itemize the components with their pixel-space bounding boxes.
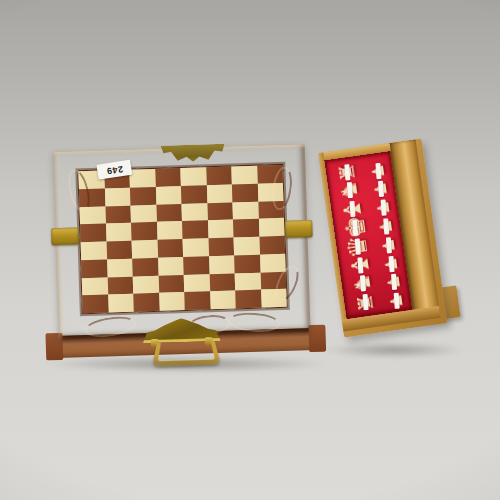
square-g3 (234, 254, 260, 273)
tray-piece-white-pawn-8: ♟ (383, 290, 411, 312)
square-e4 (183, 238, 209, 257)
square-c2 (133, 275, 159, 294)
square-g4 (234, 237, 260, 256)
square-e6 (181, 203, 207, 222)
square-e2 (184, 274, 210, 293)
chess-board-box: 249 (40, 134, 329, 373)
square-c7 (130, 187, 156, 206)
elastic-strap (391, 274, 397, 290)
square-c8 (129, 169, 155, 188)
square-d4 (157, 239, 183, 258)
square-b5 (106, 223, 132, 242)
square-a5 (80, 224, 106, 243)
square-e3 (183, 256, 209, 275)
chess-board (77, 164, 287, 314)
square-c1 (133, 293, 159, 312)
square-c3 (132, 258, 158, 277)
square-h1 (261, 289, 287, 308)
square-f1 (210, 291, 236, 310)
square-b1 (108, 294, 134, 313)
square-a2 (82, 277, 108, 296)
elastic-strap (378, 181, 384, 197)
elastic-strap (360, 275, 366, 291)
square-d3 (158, 257, 184, 276)
brass-ornament-plate-icon (161, 144, 226, 163)
square-f5 (207, 220, 233, 239)
elastic-strap (375, 162, 381, 178)
square-b4 (106, 241, 132, 260)
square-c4 (132, 240, 158, 259)
square-h2 (260, 271, 286, 290)
auction-photo-scene: 249 ♜♞♝♚♛♝♞♜♟♟♟♟♟♟♟♟ (0, 0, 500, 500)
square-h3 (260, 254, 286, 273)
square-f7 (206, 184, 232, 203)
square-d7 (155, 186, 181, 205)
square-g2 (235, 272, 261, 291)
elastic-strap (344, 164, 350, 180)
square-h4 (259, 236, 285, 255)
square-c6 (130, 204, 156, 223)
square-b3 (107, 258, 133, 277)
square-a7 (79, 188, 105, 207)
frame-carving-bottom-left (83, 314, 137, 341)
square-g8 (231, 166, 257, 185)
square-b7 (104, 187, 130, 206)
elastic-strap (381, 200, 387, 216)
elastic-strap (352, 220, 358, 236)
elastic-strap (386, 237, 392, 253)
square-a4 (81, 241, 107, 260)
square-f4 (208, 237, 234, 256)
square-a3 (81, 259, 107, 278)
square-e5 (182, 221, 208, 240)
square-e8 (180, 167, 206, 186)
square-d1 (159, 292, 185, 311)
square-f6 (207, 202, 233, 221)
lot-number-text: 249 (105, 163, 123, 175)
square-a1 (82, 295, 108, 314)
square-h5 (258, 218, 284, 237)
piece-storage-tray: ♜♞♝♚♛♝♞♜♟♟♟♟♟♟♟♟ (318, 139, 447, 338)
square-d6 (156, 204, 182, 223)
square-b2 (107, 276, 133, 295)
square-e1 (184, 291, 210, 310)
square-d5 (157, 221, 183, 240)
elastic-strap (388, 255, 394, 271)
brass-hinge-right-icon (285, 220, 313, 238)
board-drop-shadow (46, 356, 326, 372)
carved-board-frame: 249 (53, 144, 311, 340)
square-a6 (79, 206, 105, 225)
square-b6 (105, 205, 131, 224)
brass-hinge-left-icon (51, 227, 79, 245)
square-g5 (233, 219, 259, 238)
square-f8 (206, 167, 232, 186)
square-h8 (257, 165, 283, 184)
elastic-strap (394, 293, 400, 309)
elastic-strap (347, 182, 353, 198)
square-d2 (158, 275, 184, 294)
square-h7 (257, 183, 283, 202)
square-d8 (155, 168, 181, 187)
frame-carving-bottom-right (228, 311, 281, 334)
square-g1 (235, 290, 261, 309)
tray-piece-white-rook-8: ♜ (349, 291, 382, 314)
square-f3 (209, 255, 235, 274)
square-c5 (131, 222, 157, 241)
elastic-strap (363, 294, 369, 310)
tray-drop-shadow (326, 342, 462, 358)
square-f2 (209, 273, 235, 292)
square-h6 (258, 200, 284, 219)
square-e7 (181, 185, 207, 204)
square-g6 (232, 201, 258, 220)
square-g7 (232, 183, 258, 202)
elastic-strap (383, 218, 389, 234)
elastic-strap (357, 257, 363, 273)
elastic-strap (355, 238, 361, 254)
